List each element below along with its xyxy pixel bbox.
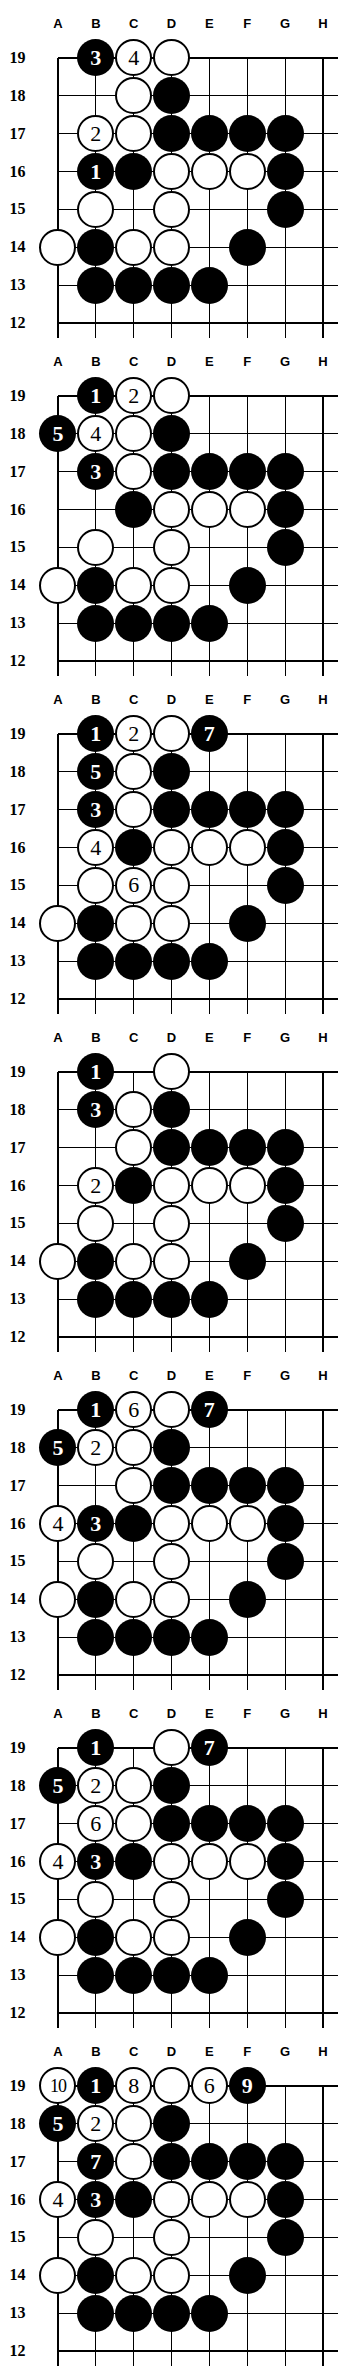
intersection-H14 bbox=[304, 566, 338, 604]
intersection-G16 bbox=[266, 1167, 304, 1205]
column-label-C: C bbox=[129, 1030, 138, 1045]
intersection-G18 bbox=[266, 1429, 304, 1467]
board-grid: 1752643 bbox=[39, 1729, 338, 2028]
intersection-E17 bbox=[190, 453, 228, 491]
black-stone-E17 bbox=[191, 1805, 228, 1842]
row-label-18: 18 bbox=[0, 1777, 35, 1795]
column-label-E: E bbox=[205, 1368, 214, 1383]
intersection-A18 bbox=[39, 753, 77, 791]
column-label-A: A bbox=[53, 1030, 62, 1045]
row-label-12: 12 bbox=[0, 2342, 35, 2360]
black-stone-E13 bbox=[191, 267, 228, 304]
intersection-A16: 4 bbox=[39, 1505, 77, 1543]
intersection-G17 bbox=[266, 1129, 304, 1167]
black-stone-F14 bbox=[229, 1243, 266, 1280]
white-stone-B15 bbox=[77, 1881, 114, 1918]
white-stone-C14 bbox=[115, 1243, 152, 1280]
intersection-H19 bbox=[304, 377, 338, 415]
intersection-C14 bbox=[115, 228, 153, 266]
intersection-D13 bbox=[153, 1956, 191, 1994]
row-label-15: 15 bbox=[0, 1552, 35, 1570]
black-stone-F14 bbox=[229, 2257, 266, 2294]
white-stone-A14 bbox=[39, 1243, 76, 1280]
white-stone-C18 bbox=[115, 1091, 152, 1128]
intersection-C14 bbox=[115, 1918, 153, 1956]
intersection-H13 bbox=[304, 942, 338, 980]
intersection-A12 bbox=[39, 304, 77, 338]
row-label-12: 12 bbox=[0, 2004, 35, 2022]
intersection-D12 bbox=[153, 1994, 191, 2028]
intersection-F17 bbox=[228, 1805, 266, 1843]
black-stone-E17 bbox=[191, 1129, 228, 1166]
intersection-G14 bbox=[266, 904, 304, 942]
intersection-G17 bbox=[266, 115, 304, 153]
intersection-D12 bbox=[153, 304, 191, 338]
white-stone-D16 bbox=[153, 153, 190, 190]
intersection-G18 bbox=[266, 1091, 304, 1129]
white-stone-B15 bbox=[77, 2219, 114, 2256]
white-stone-B17: 6 bbox=[77, 1805, 114, 1842]
intersection-D15 bbox=[153, 1542, 191, 1580]
white-stone-C18 bbox=[115, 415, 152, 452]
column-label-A: A bbox=[53, 2044, 62, 2059]
black-stone-G15 bbox=[267, 867, 304, 904]
column-label-B: B bbox=[91, 16, 100, 31]
board-grid: 132 bbox=[39, 1053, 338, 1352]
intersection-B17: 3 bbox=[77, 791, 115, 829]
black-stone-D17 bbox=[153, 791, 190, 828]
intersection-C15 bbox=[115, 528, 153, 566]
column-label-F: F bbox=[243, 1368, 251, 1383]
black-stone-B16: 3 bbox=[77, 1843, 114, 1880]
white-stone-D19 bbox=[153, 39, 190, 76]
row-label-12: 12 bbox=[0, 1328, 35, 1346]
white-stone-E16 bbox=[191, 1505, 228, 1542]
intersection-B17: 7 bbox=[77, 2143, 115, 2181]
column-label-F: F bbox=[243, 16, 251, 31]
white-stone-B16: 2 bbox=[77, 1167, 114, 1204]
intersection-C16 bbox=[115, 2181, 153, 2219]
column-label-D: D bbox=[167, 354, 176, 369]
white-stone-D19 bbox=[153, 377, 190, 414]
black-stone-E13 bbox=[191, 1281, 228, 1318]
column-label-C: C bbox=[129, 1368, 138, 1383]
row-label-18: 18 bbox=[0, 425, 35, 443]
column-label-B: B bbox=[91, 1368, 100, 1383]
white-stone-D16 bbox=[153, 2181, 190, 2218]
white-stone-C14 bbox=[115, 1919, 152, 1956]
black-stone-G15 bbox=[267, 2219, 304, 2256]
intersection-A18: 5 bbox=[39, 2105, 77, 2143]
white-stone-D15 bbox=[153, 1543, 190, 1580]
row-label-17: 17 bbox=[0, 1815, 35, 1833]
black-stone-D18 bbox=[153, 1091, 190, 1128]
intersection-F18 bbox=[228, 415, 266, 453]
intersection-G13 bbox=[266, 266, 304, 304]
intersection-B14 bbox=[77, 228, 115, 266]
row-label-14: 14 bbox=[0, 1252, 35, 1270]
intersection-A14 bbox=[39, 1918, 77, 1956]
row-label-12: 12 bbox=[0, 314, 35, 332]
intersection-G17 bbox=[266, 2143, 304, 2181]
black-stone-B13 bbox=[77, 1957, 114, 1994]
intersection-C18 bbox=[115, 77, 153, 115]
intersection-F18 bbox=[228, 1091, 266, 1129]
intersection-E12 bbox=[190, 980, 228, 1014]
intersection-E15 bbox=[190, 1204, 228, 1242]
intersection-D18 bbox=[153, 1767, 191, 1805]
column-label-A: A bbox=[53, 1706, 62, 1721]
intersection-C13 bbox=[115, 2294, 153, 2332]
row-label-13: 13 bbox=[0, 276, 35, 294]
intersection-F17 bbox=[228, 791, 266, 829]
column-label-E: E bbox=[205, 16, 214, 31]
intersection-A18: 5 bbox=[39, 415, 77, 453]
white-stone-C14 bbox=[115, 2257, 152, 2294]
intersection-A17 bbox=[39, 791, 77, 829]
column-label-H: H bbox=[318, 354, 327, 369]
intersection-F13 bbox=[228, 1956, 266, 1994]
intersection-H16 bbox=[304, 1505, 338, 1543]
intersection-G19 bbox=[266, 1729, 304, 1767]
black-stone-G17 bbox=[267, 1129, 304, 1166]
intersection-B12 bbox=[77, 642, 115, 676]
intersection-A12 bbox=[39, 1656, 77, 1690]
black-stone-D13 bbox=[153, 2295, 190, 2332]
intersection-B18: 3 bbox=[77, 1091, 115, 1129]
intersection-D17 bbox=[153, 2143, 191, 2181]
white-stone-C17 bbox=[115, 791, 152, 828]
intersection-H12 bbox=[304, 1994, 338, 2028]
intersection-G19 bbox=[266, 2067, 304, 2105]
intersection-G13 bbox=[266, 1618, 304, 1656]
intersection-C12 bbox=[115, 2332, 153, 2366]
column-label-D: D bbox=[167, 16, 176, 31]
white-stone-C19: 2 bbox=[115, 377, 152, 414]
intersection-E14 bbox=[190, 228, 228, 266]
black-stone-B14 bbox=[77, 1919, 114, 1956]
black-stone-D18 bbox=[153, 77, 190, 114]
intersection-G16 bbox=[266, 491, 304, 529]
board-grid: 12543 bbox=[39, 377, 338, 676]
white-stone-B15 bbox=[77, 529, 114, 566]
intersection-H17 bbox=[304, 1805, 338, 1843]
row-label-13: 13 bbox=[0, 2304, 35, 2322]
intersection-E14 bbox=[190, 1242, 228, 1280]
row-label-16: 16 bbox=[0, 2191, 35, 2209]
intersection-E19: 7 bbox=[190, 1391, 228, 1429]
white-stone-E19: 6 bbox=[191, 2067, 228, 2104]
white-stone-C19: 8 bbox=[115, 2067, 152, 2104]
intersection-H13 bbox=[304, 2294, 338, 2332]
row-label-13: 13 bbox=[0, 1628, 35, 1646]
white-stone-C17 bbox=[115, 1129, 152, 1166]
intersection-H16 bbox=[304, 829, 338, 867]
intersection-H16 bbox=[304, 1843, 338, 1881]
white-stone-B18: 2 bbox=[77, 2105, 114, 2142]
board-grid: 1675243 bbox=[39, 1391, 338, 1690]
black-stone-G16 bbox=[267, 491, 304, 528]
intersection-F13 bbox=[228, 2294, 266, 2332]
intersection-H15 bbox=[304, 866, 338, 904]
column-label-A: A bbox=[53, 692, 62, 707]
white-stone-C15: 6 bbox=[115, 867, 152, 904]
black-stone-D18 bbox=[153, 1767, 190, 1804]
white-stone-C14 bbox=[115, 229, 152, 266]
intersection-B17: 2 bbox=[77, 115, 115, 153]
white-stone-B18: 2 bbox=[77, 1429, 114, 1466]
column-label-H: H bbox=[318, 692, 327, 707]
intersection-H16 bbox=[304, 2181, 338, 2219]
intersection-B12 bbox=[77, 304, 115, 338]
intersection-C15: 6 bbox=[115, 866, 153, 904]
intersection-C14 bbox=[115, 1580, 153, 1618]
intersection-E12 bbox=[190, 2332, 228, 2366]
row-label-14: 14 bbox=[0, 238, 35, 256]
row-label-19: 19 bbox=[0, 387, 35, 405]
black-stone-B13 bbox=[77, 1619, 114, 1656]
row-label-19: 19 bbox=[0, 1063, 35, 1081]
intersection-B18: 2 bbox=[77, 1429, 115, 1467]
intersection-E16 bbox=[190, 2181, 228, 2219]
intersection-D16 bbox=[153, 153, 191, 191]
white-stone-D19 bbox=[153, 1729, 190, 1766]
intersection-G16 bbox=[266, 153, 304, 191]
intersection-H19 bbox=[304, 2067, 338, 2105]
white-stone-D19 bbox=[153, 1053, 190, 1090]
intersection-F16 bbox=[228, 1505, 266, 1543]
black-stone-F19: 9 bbox=[229, 2067, 266, 2104]
intersection-D12 bbox=[153, 642, 191, 676]
intersection-G18 bbox=[266, 77, 304, 115]
diagram-7: ABCDEFGH191817161514131210186952743 bbox=[0, 2028, 338, 2366]
intersection-C12 bbox=[115, 642, 153, 676]
intersection-C19 bbox=[115, 1729, 153, 1767]
intersection-C12 bbox=[115, 1994, 153, 2028]
intersection-G15 bbox=[266, 1204, 304, 1242]
row-label-15: 15 bbox=[0, 1214, 35, 1232]
intersection-H14 bbox=[304, 1580, 338, 1618]
row-label-15: 15 bbox=[0, 538, 35, 556]
black-stone-B14 bbox=[77, 1581, 114, 1618]
white-stone-F16 bbox=[229, 491, 266, 528]
intersection-B12 bbox=[77, 1318, 115, 1352]
diagram-sheet: ABCDEFGH19181716151413123421ABCDEFGH1918… bbox=[0, 0, 338, 2366]
row-label-19: 19 bbox=[0, 725, 35, 743]
intersection-A16 bbox=[39, 153, 77, 191]
row-label-14: 14 bbox=[0, 914, 35, 932]
black-stone-G16 bbox=[267, 1167, 304, 1204]
intersection-D16 bbox=[153, 1167, 191, 1205]
black-stone-E19: 7 bbox=[191, 1729, 228, 1766]
white-stone-A16: 4 bbox=[39, 2181, 76, 2218]
intersection-G19 bbox=[266, 39, 304, 77]
intersection-E18 bbox=[190, 1429, 228, 1467]
black-stone-D13 bbox=[153, 1957, 190, 1994]
intersection-G17 bbox=[266, 791, 304, 829]
column-label-C: C bbox=[129, 2044, 138, 2059]
row-label-15: 15 bbox=[0, 200, 35, 218]
intersection-H15 bbox=[304, 528, 338, 566]
intersection-E17 bbox=[190, 2143, 228, 2181]
intersection-F19 bbox=[228, 1053, 266, 1091]
intersection-H15 bbox=[304, 190, 338, 228]
black-stone-B17: 3 bbox=[77, 453, 114, 490]
intersection-A17 bbox=[39, 1805, 77, 1843]
black-stone-F14 bbox=[229, 229, 266, 266]
intersection-B12 bbox=[77, 1656, 115, 1690]
intersection-C12 bbox=[115, 1318, 153, 1352]
black-stone-F17 bbox=[229, 1467, 266, 1504]
black-stone-F17 bbox=[229, 2143, 266, 2180]
intersection-C15 bbox=[115, 190, 153, 228]
intersection-A18 bbox=[39, 77, 77, 115]
intersection-H17 bbox=[304, 2143, 338, 2181]
white-stone-E16 bbox=[191, 1167, 228, 1204]
black-stone-F17 bbox=[229, 1129, 266, 1166]
intersection-C12 bbox=[115, 1656, 153, 1690]
intersection-E15 bbox=[190, 190, 228, 228]
intersection-H13 bbox=[304, 604, 338, 642]
intersection-D14 bbox=[153, 566, 191, 604]
intersection-D14 bbox=[153, 904, 191, 942]
intersection-E12 bbox=[190, 1656, 228, 1690]
diagram-3: ABCDEFGH19181716151413121275346 bbox=[0, 676, 338, 1014]
black-stone-A18: 5 bbox=[39, 2105, 76, 2142]
intersection-G19 bbox=[266, 377, 304, 415]
intersection-H12 bbox=[304, 304, 338, 338]
row-label-12: 12 bbox=[0, 652, 35, 670]
white-stone-D16 bbox=[153, 491, 190, 528]
intersection-C17 bbox=[115, 1805, 153, 1843]
white-stone-D14 bbox=[153, 1919, 190, 1956]
black-stone-C13 bbox=[115, 1957, 152, 1994]
column-label-D: D bbox=[167, 1030, 176, 1045]
white-stone-C18 bbox=[115, 753, 152, 790]
intersection-B13 bbox=[77, 2294, 115, 2332]
intersection-G13 bbox=[266, 942, 304, 980]
black-stone-E13 bbox=[191, 1619, 228, 1656]
column-label-C: C bbox=[129, 16, 138, 31]
row-label-18: 18 bbox=[0, 87, 35, 105]
intersection-D14 bbox=[153, 1580, 191, 1618]
column-label-B: B bbox=[91, 1030, 100, 1045]
white-stone-D16 bbox=[153, 1167, 190, 1204]
row-label-12: 12 bbox=[0, 990, 35, 1008]
intersection-C17 bbox=[115, 791, 153, 829]
diagram-1: ABCDEFGH19181716151413123421 bbox=[0, 0, 338, 338]
white-stone-A14 bbox=[39, 1919, 76, 1956]
intersection-B15 bbox=[77, 528, 115, 566]
intersection-F19 bbox=[228, 715, 266, 753]
intersection-H19 bbox=[304, 1053, 338, 1091]
intersection-E15 bbox=[190, 528, 228, 566]
intersection-F14 bbox=[228, 566, 266, 604]
intersection-A12 bbox=[39, 642, 77, 676]
intersection-D13 bbox=[153, 942, 191, 980]
intersection-E14 bbox=[190, 1580, 228, 1618]
intersection-F16 bbox=[228, 491, 266, 529]
black-stone-E13 bbox=[191, 1957, 228, 1994]
row-label-17: 17 bbox=[0, 801, 35, 819]
white-stone-C17 bbox=[115, 453, 152, 490]
black-stone-G17 bbox=[267, 453, 304, 490]
intersection-D17 bbox=[153, 1805, 191, 1843]
intersection-G19 bbox=[266, 1391, 304, 1429]
white-stone-D15 bbox=[153, 191, 190, 228]
black-stone-D13 bbox=[153, 1281, 190, 1318]
intersection-E12 bbox=[190, 1318, 228, 1352]
intersection-G15 bbox=[266, 1880, 304, 1918]
intersection-B15 bbox=[77, 1204, 115, 1242]
intersection-D12 bbox=[153, 2332, 191, 2366]
intersection-F19 bbox=[228, 377, 266, 415]
intersection-A15 bbox=[39, 1542, 77, 1580]
intersection-C15 bbox=[115, 2218, 153, 2256]
intersection-E17 bbox=[190, 1467, 228, 1505]
intersection-G16 bbox=[266, 829, 304, 867]
intersection-A12 bbox=[39, 2332, 77, 2366]
intersection-B17 bbox=[77, 1467, 115, 1505]
intersection-G14 bbox=[266, 1918, 304, 1956]
intersection-H12 bbox=[304, 1318, 338, 1352]
black-stone-B19: 1 bbox=[77, 377, 114, 414]
intersection-A17 bbox=[39, 2143, 77, 2181]
intersection-E13 bbox=[190, 604, 228, 642]
intersection-D15 bbox=[153, 528, 191, 566]
intersection-F14 bbox=[228, 1242, 266, 1280]
black-stone-C13 bbox=[115, 943, 152, 980]
intersection-E14 bbox=[190, 566, 228, 604]
intersection-D19 bbox=[153, 2067, 191, 2105]
intersection-E16 bbox=[190, 1167, 228, 1205]
intersection-B14 bbox=[77, 1580, 115, 1618]
row-label-14: 14 bbox=[0, 1928, 35, 1946]
intersection-D16 bbox=[153, 1505, 191, 1543]
black-stone-D17 bbox=[153, 453, 190, 490]
row-label-17: 17 bbox=[0, 2153, 35, 2171]
column-label-G: G bbox=[280, 1706, 290, 1721]
black-stone-E19: 7 bbox=[191, 715, 228, 752]
intersection-D19 bbox=[153, 715, 191, 753]
intersection-B14 bbox=[77, 1242, 115, 1280]
intersection-A15 bbox=[39, 2218, 77, 2256]
intersection-G17 bbox=[266, 1805, 304, 1843]
intersection-F12 bbox=[228, 1994, 266, 2028]
intersection-F19 bbox=[228, 39, 266, 77]
black-stone-B17: 3 bbox=[77, 791, 114, 828]
black-stone-B14 bbox=[77, 229, 114, 266]
black-stone-F14 bbox=[229, 1919, 266, 1956]
row-label-19: 19 bbox=[0, 2077, 35, 2095]
intersection-E12 bbox=[190, 304, 228, 338]
intersection-E18 bbox=[190, 1091, 228, 1129]
column-label-F: F bbox=[243, 692, 251, 707]
intersection-G15 bbox=[266, 1542, 304, 1580]
white-stone-B17: 2 bbox=[77, 115, 114, 152]
intersection-F14 bbox=[228, 1918, 266, 1956]
black-stone-C16 bbox=[115, 2181, 152, 2218]
intersection-F13 bbox=[228, 1280, 266, 1318]
white-stone-D16 bbox=[153, 1843, 190, 1880]
black-stone-E17 bbox=[191, 791, 228, 828]
intersection-E18 bbox=[190, 1767, 228, 1805]
column-label-H: H bbox=[318, 1706, 327, 1721]
intersection-A16 bbox=[39, 491, 77, 529]
intersection-H18 bbox=[304, 415, 338, 453]
intersection-B13 bbox=[77, 604, 115, 642]
intersection-C19: 6 bbox=[115, 1391, 153, 1429]
